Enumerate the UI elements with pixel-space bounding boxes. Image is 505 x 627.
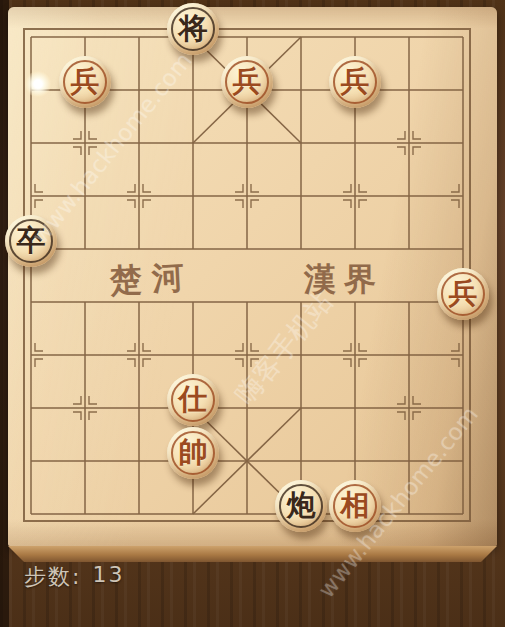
piece-glyph: 卒: [17, 226, 46, 255]
piece-glyph: 兵: [341, 67, 370, 96]
piece-red-soldier-3[interactable]: 兵: [329, 56, 381, 108]
piece-glyph: 相: [341, 491, 370, 520]
piece-black-cannon[interactable]: 炮: [275, 480, 327, 532]
piece-glyph: 将: [179, 14, 208, 43]
piece-red-soldier-1[interactable]: 兵: [59, 56, 111, 108]
piece-black-soldier[interactable]: 卒: [5, 215, 57, 267]
piece-layer: 将兵兵兵卒兵仕帥炮相: [4, 11, 490, 541]
piece-red-advisor[interactable]: 仕: [167, 374, 219, 426]
piece-glyph: 仕: [179, 385, 208, 414]
piece-red-soldier-2[interactable]: 兵: [221, 56, 273, 108]
piece-red-elephant[interactable]: 相: [329, 480, 381, 532]
piece-black-general[interactable]: 将: [167, 3, 219, 55]
piece-glyph: 兵: [71, 67, 100, 96]
board-bottom-bevel: [8, 546, 497, 562]
piece-red-general[interactable]: 帥: [167, 427, 219, 479]
piece-glyph: 炮: [287, 491, 316, 520]
sparkle-effect: [25, 71, 51, 97]
game-screen: 楚河 漢界 将兵兵兵卒兵仕帥炮相 步数:13 www.hackhome.com嗨…: [0, 0, 505, 627]
move-counter-value: 13: [92, 562, 124, 592]
piece-glyph: 兵: [449, 279, 478, 308]
move-counter-label: 步数:: [24, 562, 81, 592]
piece-red-soldier-4[interactable]: 兵: [437, 268, 489, 320]
piece-glyph: 兵: [233, 67, 262, 96]
piece-glyph: 帥: [179, 438, 208, 467]
move-counter: 步数:13: [24, 562, 124, 592]
